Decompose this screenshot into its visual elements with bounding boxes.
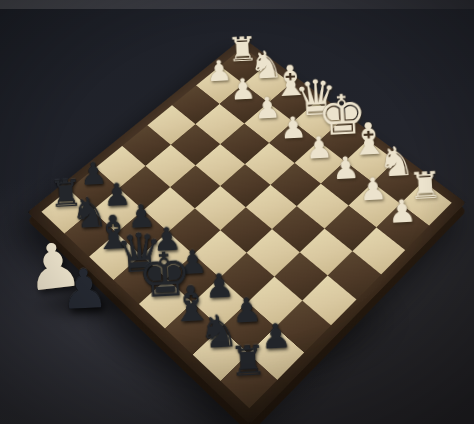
chess-photo: ♜♞♝♛♚♝♞♜♟♟♟♟♟♟♟♟♟♟♟♟♟♟♟♟♜♞♝♛♚♝♞♜ ♟ ♟ [0, 0, 474, 424]
offboard-black-pawn[interactable]: ♟ [59, 262, 110, 318]
chess-board-squares: ♜♞♝♛♚♝♞♜♟♟♟♟♟♟♟♟♟♟♟♟♟♟♟♟♜♞♝♛♚♝♞♜ [41, 47, 451, 408]
black-rook[interactable]: ♜ [207, 339, 290, 382]
chess-board: ♜♞♝♛♚♝♞♜♟♟♟♟♟♟♟♟♟♟♟♟♟♟♟♟♜♞♝♛♚♝♞♜ [28, 38, 466, 424]
white-pawn[interactable]: ♟ [364, 195, 439, 229]
scene: ♜♞♝♛♚♝♞♜♟♟♟♟♟♟♟♟♟♟♟♟♟♟♟♟♜♞♝♛♚♝♞♜ [0, 0, 474, 424]
